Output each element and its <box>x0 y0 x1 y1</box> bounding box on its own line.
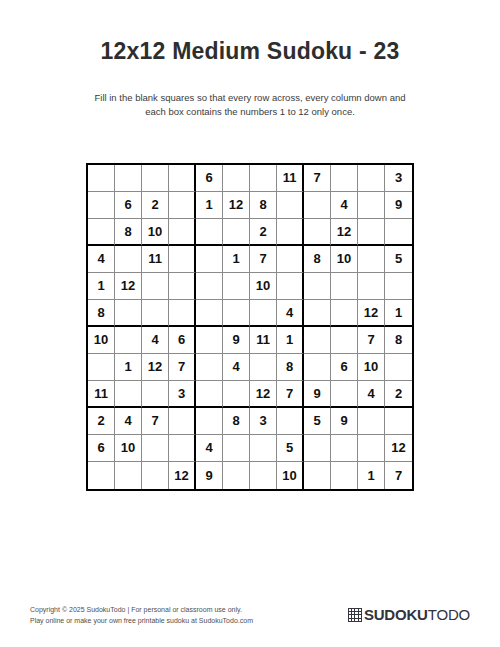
sudoku-board: 6117362112849810212411178105112108412110… <box>86 163 414 491</box>
logo-text-todo: TODO <box>428 606 470 623</box>
cell-r5c4 <box>169 273 196 300</box>
cell-r12c4: 12 <box>169 462 196 489</box>
grid-logo-icon <box>348 608 362 622</box>
cell-r12c3 <box>142 462 169 489</box>
cell-r6c2 <box>115 300 142 327</box>
cell-r4c10: 10 <box>331 246 358 273</box>
cell-r2c9 <box>304 192 331 219</box>
cell-r8c8: 8 <box>277 354 304 381</box>
cell-r4c11 <box>358 246 385 273</box>
cell-r1c7 <box>250 165 277 192</box>
cell-r4c5 <box>196 246 223 273</box>
cell-r5c8 <box>277 273 304 300</box>
cell-r6c8: 4 <box>277 300 304 327</box>
cell-r1c1 <box>88 165 115 192</box>
cell-r2c7: 8 <box>250 192 277 219</box>
cell-r9c11: 4 <box>358 381 385 408</box>
cell-r5c10 <box>331 273 358 300</box>
cell-r6c1: 8 <box>88 300 115 327</box>
cell-r10c5 <box>196 408 223 435</box>
cell-r2c2: 6 <box>115 192 142 219</box>
cell-r3c6 <box>223 219 250 246</box>
cell-r7c4: 6 <box>169 327 196 354</box>
cell-r12c11: 1 <box>358 462 385 489</box>
cell-r6c9 <box>304 300 331 327</box>
cell-r6c12: 1 <box>385 300 412 327</box>
cell-r6c5 <box>196 300 223 327</box>
cell-r10c2: 4 <box>115 408 142 435</box>
cell-r7c8: 1 <box>277 327 304 354</box>
cell-r8c12 <box>385 354 412 381</box>
cell-r10c6: 8 <box>223 408 250 435</box>
cell-r3c12 <box>385 219 412 246</box>
cell-r7c7: 11 <box>250 327 277 354</box>
cell-r10c10: 9 <box>331 408 358 435</box>
cell-r12c9 <box>304 462 331 489</box>
cell-r1c5: 6 <box>196 165 223 192</box>
cell-r8c1 <box>88 354 115 381</box>
cell-r4c4 <box>169 246 196 273</box>
cell-r12c8: 10 <box>277 462 304 489</box>
cell-r1c2 <box>115 165 142 192</box>
footer-tagline: Play online or make your own free printa… <box>30 615 253 626</box>
cell-r4c9: 8 <box>304 246 331 273</box>
cell-r6c7 <box>250 300 277 327</box>
cell-r1c6 <box>223 165 250 192</box>
cell-r6c3 <box>142 300 169 327</box>
cell-r5c9 <box>304 273 331 300</box>
cell-r7c9 <box>304 327 331 354</box>
cell-r9c1: 11 <box>88 381 115 408</box>
cell-r8c5 <box>196 354 223 381</box>
cell-r4c6: 1 <box>223 246 250 273</box>
cell-r9c9: 9 <box>304 381 331 408</box>
cell-r5c12 <box>385 273 412 300</box>
cell-r6c10 <box>331 300 358 327</box>
cell-r3c7: 2 <box>250 219 277 246</box>
cell-r8c4: 7 <box>169 354 196 381</box>
page-title: 12x12 Medium Sudoku - 23 <box>0 38 500 65</box>
cell-r9c4: 3 <box>169 381 196 408</box>
cell-r10c9: 5 <box>304 408 331 435</box>
cell-r8c2: 1 <box>115 354 142 381</box>
cell-r12c7 <box>250 462 277 489</box>
cell-r11c9 <box>304 435 331 462</box>
cell-r2c4 <box>169 192 196 219</box>
cell-r3c4 <box>169 219 196 246</box>
cell-r5c3 <box>142 273 169 300</box>
cell-r1c12: 3 <box>385 165 412 192</box>
cell-r3c9 <box>304 219 331 246</box>
instructions-line-1: Fill in the blank squares so that every … <box>94 92 405 103</box>
cell-r12c10 <box>331 462 358 489</box>
cell-r3c1 <box>88 219 115 246</box>
cell-r9c12: 2 <box>385 381 412 408</box>
logo-text-sudoku: SUDOKU <box>364 606 428 623</box>
cell-r10c1: 2 <box>88 408 115 435</box>
cell-r2c6: 12 <box>223 192 250 219</box>
cell-r11c11 <box>358 435 385 462</box>
cell-r9c7: 12 <box>250 381 277 408</box>
cell-r1c10 <box>331 165 358 192</box>
sudokutodo-logo: SUDOKUTODO <box>348 606 470 623</box>
cell-r7c10 <box>331 327 358 354</box>
cell-r11c8: 5 <box>277 435 304 462</box>
cell-r5c7: 10 <box>250 273 277 300</box>
cell-r4c3: 11 <box>142 246 169 273</box>
cell-r8c9 <box>304 354 331 381</box>
cell-r12c12: 7 <box>385 462 412 489</box>
cell-r7c12: 8 <box>385 327 412 354</box>
cell-r6c4 <box>169 300 196 327</box>
cell-r10c12 <box>385 408 412 435</box>
cell-r3c3: 10 <box>142 219 169 246</box>
cell-r8c7 <box>250 354 277 381</box>
cell-r9c10 <box>331 381 358 408</box>
cell-r4c12: 5 <box>385 246 412 273</box>
cell-r1c11 <box>358 165 385 192</box>
cell-r5c11 <box>358 273 385 300</box>
footer: Copyright © 2025 SudokuTodo | For person… <box>30 604 470 626</box>
cell-r3c11 <box>358 219 385 246</box>
cell-r8c10: 6 <box>331 354 358 381</box>
cell-r11c7 <box>250 435 277 462</box>
cell-r4c1: 4 <box>88 246 115 273</box>
cell-r6c6 <box>223 300 250 327</box>
cell-r9c6 <box>223 381 250 408</box>
cell-r9c3 <box>142 381 169 408</box>
cell-r8c11: 10 <box>358 354 385 381</box>
cell-r11c1: 6 <box>88 435 115 462</box>
cell-r1c3 <box>142 165 169 192</box>
cell-r3c10: 12 <box>331 219 358 246</box>
cell-r6c11: 12 <box>358 300 385 327</box>
footer-text: Copyright © 2025 SudokuTodo | For person… <box>30 604 253 626</box>
cell-r1c8: 11 <box>277 165 304 192</box>
instructions-line-2: each box contains the numbers 1 to 12 on… <box>145 106 355 117</box>
cell-r10c8 <box>277 408 304 435</box>
cell-r5c1: 1 <box>88 273 115 300</box>
cell-r7c2 <box>115 327 142 354</box>
cell-r11c10 <box>331 435 358 462</box>
cell-r10c7: 3 <box>250 408 277 435</box>
cell-r7c11: 7 <box>358 327 385 354</box>
cell-r5c6 <box>223 273 250 300</box>
cell-r4c7: 7 <box>250 246 277 273</box>
cell-r11c4 <box>169 435 196 462</box>
cell-r8c3: 12 <box>142 354 169 381</box>
cell-r11c2: 10 <box>115 435 142 462</box>
cell-r8c6: 4 <box>223 354 250 381</box>
cell-r5c2: 12 <box>115 273 142 300</box>
cell-r9c8: 7 <box>277 381 304 408</box>
cell-r12c2 <box>115 462 142 489</box>
instructions: Fill in the blank squares so that every … <box>65 91 435 120</box>
cell-r4c2 <box>115 246 142 273</box>
cell-r12c1 <box>88 462 115 489</box>
logo-text: SUDOKUTODO <box>364 606 470 623</box>
cell-r11c6 <box>223 435 250 462</box>
cell-r2c12: 9 <box>385 192 412 219</box>
cell-r1c9: 7 <box>304 165 331 192</box>
cell-r12c5: 9 <box>196 462 223 489</box>
cell-r5c5 <box>196 273 223 300</box>
cell-r11c3 <box>142 435 169 462</box>
cell-r11c5: 4 <box>196 435 223 462</box>
cell-r10c11 <box>358 408 385 435</box>
cell-r7c3: 4 <box>142 327 169 354</box>
cell-r3c8 <box>277 219 304 246</box>
cell-r12c6 <box>223 462 250 489</box>
cell-r4c8 <box>277 246 304 273</box>
cell-r9c2 <box>115 381 142 408</box>
cell-r2c11 <box>358 192 385 219</box>
cell-r2c1 <box>88 192 115 219</box>
footer-copyright: Copyright © 2025 SudokuTodo | For person… <box>30 604 253 615</box>
cell-r7c6: 9 <box>223 327 250 354</box>
cell-r3c2: 8 <box>115 219 142 246</box>
cell-r1c4 <box>169 165 196 192</box>
cell-r3c5 <box>196 219 223 246</box>
cell-r2c5: 1 <box>196 192 223 219</box>
cell-r7c1: 10 <box>88 327 115 354</box>
cell-r2c8 <box>277 192 304 219</box>
cell-r2c10: 4 <box>331 192 358 219</box>
cell-r9c5 <box>196 381 223 408</box>
cell-r7c5 <box>196 327 223 354</box>
cell-r11c12: 12 <box>385 435 412 462</box>
cell-r2c3: 2 <box>142 192 169 219</box>
cell-r10c3: 7 <box>142 408 169 435</box>
cell-r10c4 <box>169 408 196 435</box>
